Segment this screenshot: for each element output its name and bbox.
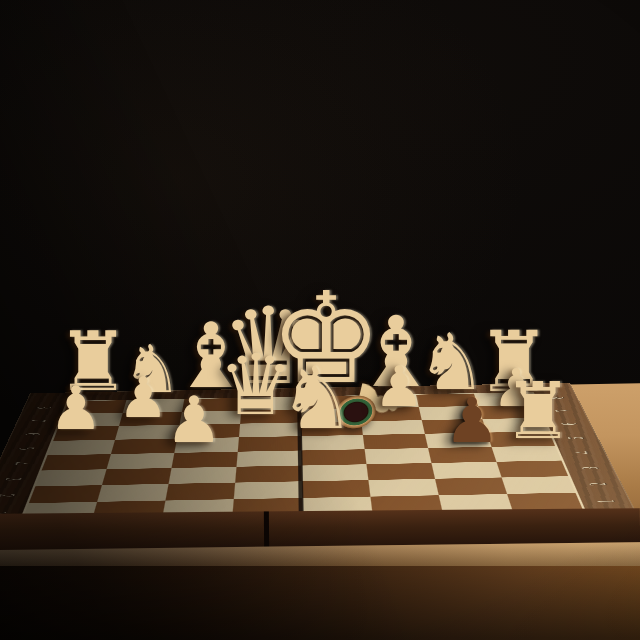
rank-label-left-4: 4 <box>0 458 54 468</box>
square-g5 <box>425 433 492 448</box>
rank-label-left-7: 7 <box>6 416 70 425</box>
rank-label-right-8: 8 <box>526 394 589 403</box>
square-f7 <box>360 407 422 421</box>
piece-white-king-e8: ♚ <box>270 276 383 402</box>
square-d5 <box>238 436 301 452</box>
square-c8 <box>182 398 242 412</box>
square-e4 <box>301 449 366 465</box>
rank-label-left-6: 6 <box>0 430 65 439</box>
square-e6 <box>301 421 363 436</box>
square-b4 <box>107 453 175 469</box>
square-f5 <box>363 434 428 449</box>
scene-background: ABCDEFGH 12345678 12345678 ♟ ♜♞♝♛♚♝♞♜♟♟♟… <box>0 0 640 640</box>
square-b5 <box>111 439 177 455</box>
piece-white-queen-d8: ♛ <box>220 294 315 400</box>
square-b3 <box>102 468 172 485</box>
square-g8 <box>416 394 478 408</box>
rank-label-right-1: 1 <box>569 495 640 507</box>
square-f3 <box>366 463 435 480</box>
square-b7 <box>119 412 182 426</box>
square-d3 <box>235 466 302 483</box>
board-front-seam-gap <box>264 511 269 548</box>
square-d7 <box>240 409 301 423</box>
square-e3 <box>301 464 368 481</box>
square-g2 <box>435 477 507 495</box>
piece-white-bishop-c8: ♝ <box>171 311 252 401</box>
rank-label-right-7: 7 <box>531 406 595 415</box>
rank-label-left-2: 2 <box>0 490 42 501</box>
square-f8 <box>358 395 419 409</box>
square-g4 <box>428 447 496 463</box>
square-c2 <box>165 483 235 501</box>
square-g3 <box>431 462 501 479</box>
rank-label-right-5: 5 <box>543 433 610 443</box>
square-g7 <box>419 406 482 420</box>
square-c4 <box>172 452 238 468</box>
square-e5 <box>301 435 365 451</box>
square-f2 <box>368 479 438 497</box>
square-c6 <box>177 424 240 439</box>
square-e2 <box>302 480 371 498</box>
square-d8 <box>241 397 300 411</box>
square-c7 <box>180 411 242 425</box>
square-f4 <box>365 448 432 464</box>
square-e8 <box>300 396 359 410</box>
square-g6 <box>422 419 487 434</box>
rank-label-right-6: 6 <box>537 419 603 428</box>
rank-label-right-2: 2 <box>562 479 635 490</box>
square-d4 <box>237 450 302 466</box>
square-e7 <box>300 408 361 422</box>
square-d2 <box>234 481 302 499</box>
square-c3 <box>169 467 237 484</box>
rank-label-right-3: 3 <box>555 463 626 474</box>
rank-label-right-4: 4 <box>549 448 618 458</box>
square-b8 <box>123 399 185 413</box>
square-c5 <box>174 437 239 453</box>
table-surface-front <box>0 566 640 640</box>
rank-label-left-5: 5 <box>0 444 59 454</box>
rank-label-left-8: 8 <box>12 403 74 412</box>
square-d6 <box>239 422 301 437</box>
square-f6 <box>361 420 425 435</box>
rank-label-left-3: 3 <box>0 474 48 485</box>
square-b6 <box>115 425 180 440</box>
square-b2 <box>97 484 168 502</box>
